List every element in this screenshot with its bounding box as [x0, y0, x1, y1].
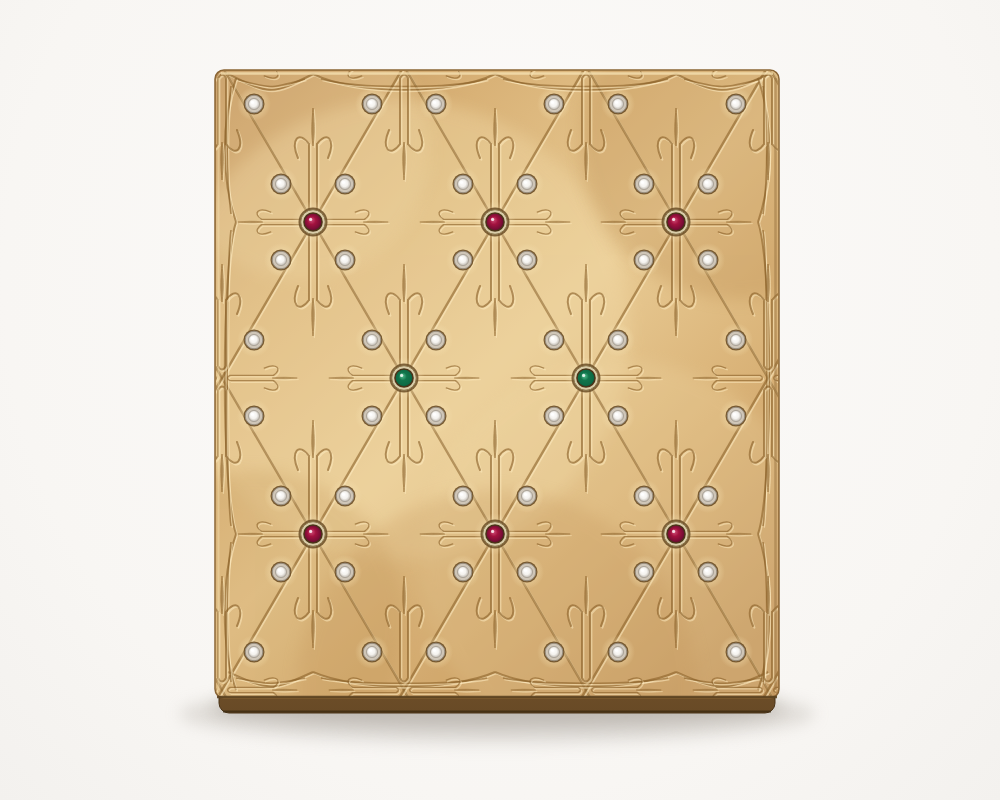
- diamond-sparkle: [733, 101, 736, 104]
- diamond-sparkle: [278, 257, 281, 260]
- diamond-stone: [634, 486, 655, 507]
- ruby-stone: [481, 520, 510, 549]
- diamond-stone: [698, 174, 719, 195]
- diamond-stone: [244, 330, 265, 351]
- diamond-girdle: [457, 490, 468, 501]
- emerald-stone-stone: [396, 370, 413, 387]
- diamond-sparkle: [551, 413, 554, 416]
- diamond-girdle: [366, 410, 377, 421]
- diamond-stone: [244, 642, 265, 663]
- diamond-stone: [634, 562, 655, 583]
- diamond-stone: [453, 250, 474, 271]
- diamond-girdle: [730, 646, 741, 657]
- diamond-sparkle: [551, 649, 554, 652]
- diamond-stone: [335, 486, 356, 507]
- diamond-sparkle: [433, 101, 436, 104]
- diamond-sparkle: [705, 493, 708, 496]
- diamond-stone: [426, 94, 447, 115]
- diamond-girdle: [366, 334, 377, 345]
- diamond-girdle: [248, 410, 259, 421]
- diamond-girdle: [339, 566, 350, 577]
- cross-arm-highlight: [387, 0, 423, 59]
- diamond-sparkle: [524, 569, 527, 572]
- emerald-stone-sparkle: [582, 374, 585, 377]
- diamond-sparkle: [342, 181, 345, 184]
- diamond-stone: [726, 406, 747, 427]
- diamond-girdle: [548, 410, 559, 421]
- cross-arm-highlight: [148, 680, 218, 704]
- diamond-girdle: [548, 98, 559, 109]
- ruby-stone: [662, 208, 691, 237]
- diamond-girdle: [638, 178, 649, 189]
- diamond-sparkle: [705, 181, 708, 184]
- diamond-girdle: [248, 98, 259, 109]
- ruby-stone-sparkle: [491, 218, 494, 221]
- diamond-sparkle: [615, 413, 618, 416]
- photo-stage: [0, 0, 1000, 800]
- diamond-sparkle: [369, 101, 372, 104]
- ruby-stone-sparkle: [672, 530, 675, 533]
- diamond-sparkle: [460, 493, 463, 496]
- cross-arm-highlight: [148, 56, 218, 80]
- diamond-girdle: [638, 254, 649, 265]
- diamond-sparkle: [615, 337, 618, 340]
- ruby-stone-sparkle: [309, 218, 312, 221]
- diamond-girdle: [248, 334, 259, 345]
- diamond-girdle: [702, 566, 713, 577]
- diamond-stone: [517, 174, 538, 195]
- ruby-stone: [299, 520, 328, 549]
- diamond-girdle: [521, 254, 532, 265]
- diamond-girdle: [275, 566, 286, 577]
- diamond-sparkle: [460, 181, 463, 184]
- cross-arm: [774, 678, 844, 702]
- diamond-girdle: [730, 410, 741, 421]
- diamond-girdle: [521, 566, 532, 577]
- diamond-stone: [544, 94, 565, 115]
- diamond-girdle: [339, 254, 350, 265]
- diamond-stone: [608, 406, 629, 427]
- diamond-stone: [453, 486, 474, 507]
- diamond-sparkle: [733, 337, 736, 340]
- diamond-sparkle: [524, 493, 527, 496]
- diamond-girdle: [638, 490, 649, 501]
- ruby-stone: [662, 520, 691, 549]
- diamond-stone: [335, 250, 356, 271]
- diamond-girdle: [730, 334, 741, 345]
- emerald-stone-stone: [578, 370, 595, 387]
- diamond-sparkle: [251, 649, 254, 652]
- diamond-girdle: [702, 490, 713, 501]
- diamond-stone: [244, 406, 265, 427]
- cross-arm: [386, 0, 422, 58]
- diamond-sparkle: [433, 337, 436, 340]
- diamond-sparkle: [433, 413, 436, 416]
- diamond-girdle: [275, 490, 286, 501]
- diamond-sparkle: [278, 181, 281, 184]
- diamond-stone: [608, 94, 629, 115]
- diamond-stone: [698, 250, 719, 271]
- ruby-stone-sparkle: [309, 530, 312, 533]
- diamond-stone: [544, 330, 565, 351]
- diamond-stone: [517, 250, 538, 271]
- cross-arm: [774, 366, 844, 390]
- diamond-stone: [544, 642, 565, 663]
- diamond-sparkle: [615, 649, 618, 652]
- diamond-girdle: [339, 490, 350, 501]
- cross-arm: [750, 0, 786, 58]
- diamond-girdle: [638, 566, 649, 577]
- diamond-girdle: [430, 98, 441, 109]
- cross-arm: [147, 54, 217, 78]
- diamond-sparkle: [705, 569, 708, 572]
- diamond-girdle: [275, 178, 286, 189]
- cross-arm-highlight: [775, 56, 845, 80]
- ruby-stone: [299, 208, 328, 237]
- emerald-stone: [572, 364, 601, 393]
- diamond-stone: [271, 174, 292, 195]
- diamond-sparkle: [641, 257, 644, 260]
- diamond-stone: [634, 250, 655, 271]
- diamond-sparkle: [278, 569, 281, 572]
- diamond-stone: [517, 562, 538, 583]
- diamond-sparkle: [733, 413, 736, 416]
- diamond-sparkle: [524, 181, 527, 184]
- cross-arm-highlight: [205, 0, 241, 59]
- diamond-sparkle: [551, 101, 554, 104]
- cross-arm-highlight: [569, 0, 605, 59]
- diamond-sparkle: [369, 413, 372, 416]
- diamond-stone: [271, 250, 292, 271]
- diamond-girdle: [275, 254, 286, 265]
- cross-arm: [774, 54, 844, 78]
- diamond-sparkle: [641, 569, 644, 572]
- ruby-stone-stone: [668, 526, 685, 543]
- diamond-sparkle: [551, 337, 554, 340]
- diamond-stone: [726, 642, 747, 663]
- ruby-stone-stone: [487, 526, 504, 543]
- diamond-sparkle: [460, 569, 463, 572]
- diamond-girdle: [548, 646, 559, 657]
- cross-arm-highlight: [148, 368, 218, 392]
- diamond-girdle: [430, 410, 441, 421]
- diamond-girdle: [366, 646, 377, 657]
- cross-arm-highlight: [775, 368, 845, 392]
- diamond-girdle: [457, 254, 468, 265]
- diamond-girdle: [521, 490, 532, 501]
- cross-arm: [204, 0, 240, 58]
- diamond-stone: [698, 562, 719, 583]
- diamond-girdle: [430, 334, 441, 345]
- diamond-girdle: [702, 254, 713, 265]
- diamond-girdle: [248, 646, 259, 657]
- diamond-stone: [608, 642, 629, 663]
- diamond-stone: [453, 562, 474, 583]
- cross-arm-highlight: [775, 680, 845, 704]
- diamond-stone: [698, 486, 719, 507]
- diamond-stone: [426, 330, 447, 351]
- diamond-sparkle: [460, 257, 463, 260]
- ruby-stone-sparkle: [491, 530, 494, 533]
- diamond-sparkle: [433, 649, 436, 652]
- diamond-stone: [244, 94, 265, 115]
- diamond-girdle: [430, 646, 441, 657]
- diamond-stone: [335, 174, 356, 195]
- emerald-stone: [390, 364, 419, 393]
- diamond-sparkle: [733, 649, 736, 652]
- diamond-sparkle: [641, 181, 644, 184]
- ruby-stone-stone: [305, 214, 322, 231]
- diamond-girdle: [521, 178, 532, 189]
- diamond-girdle: [548, 334, 559, 345]
- diamond-stone: [634, 174, 655, 195]
- diamond-sparkle: [369, 337, 372, 340]
- diamond-girdle: [612, 646, 623, 657]
- jeweled-case-photo: [0, 0, 1000, 800]
- cross-arm: [147, 366, 217, 390]
- cross-arm: [568, 0, 604, 58]
- diamond-girdle: [457, 566, 468, 577]
- ruby-stone-sparkle: [672, 218, 675, 221]
- diamond-sparkle: [342, 493, 345, 496]
- diamond-stone: [271, 486, 292, 507]
- diamond-sparkle: [641, 493, 644, 496]
- diamond-sparkle: [251, 101, 254, 104]
- diamond-sparkle: [278, 493, 281, 496]
- diamond-stone: [362, 406, 383, 427]
- ruby-stone-stone: [305, 526, 322, 543]
- diamond-sparkle: [615, 101, 618, 104]
- ruby-stone-stone: [487, 214, 504, 231]
- diamond-sparkle: [705, 257, 708, 260]
- diamond-stone: [453, 174, 474, 195]
- diamond-girdle: [612, 98, 623, 109]
- diamond-girdle: [730, 98, 741, 109]
- diamond-stone: [362, 642, 383, 663]
- diamond-girdle: [612, 410, 623, 421]
- cross-arm-highlight: [751, 0, 787, 59]
- diamond-girdle: [612, 334, 623, 345]
- diamond-stone: [271, 562, 292, 583]
- diamond-girdle: [339, 178, 350, 189]
- diamond-sparkle: [251, 337, 254, 340]
- diamond-stone: [608, 330, 629, 351]
- diamond-stone: [426, 642, 447, 663]
- diamond-sparkle: [369, 649, 372, 652]
- diamond-stone: [362, 330, 383, 351]
- cross-arm: [147, 678, 217, 702]
- diamond-stone: [362, 94, 383, 115]
- diamond-girdle: [457, 178, 468, 189]
- diamond-stone: [544, 406, 565, 427]
- ruby-stone-stone: [668, 214, 685, 231]
- ruby-stone: [481, 208, 510, 237]
- diamond-stone: [335, 562, 356, 583]
- diamond-sparkle: [524, 257, 527, 260]
- emerald-stone-sparkle: [400, 374, 403, 377]
- diamond-sparkle: [342, 257, 345, 260]
- diamond-stone: [517, 486, 538, 507]
- diamond-sparkle: [342, 569, 345, 572]
- diamond-stone: [726, 94, 747, 115]
- diamond-girdle: [366, 98, 377, 109]
- diamond-girdle: [702, 178, 713, 189]
- diamond-stone: [726, 330, 747, 351]
- diamond-stone: [426, 406, 447, 427]
- diamond-sparkle: [251, 413, 254, 416]
